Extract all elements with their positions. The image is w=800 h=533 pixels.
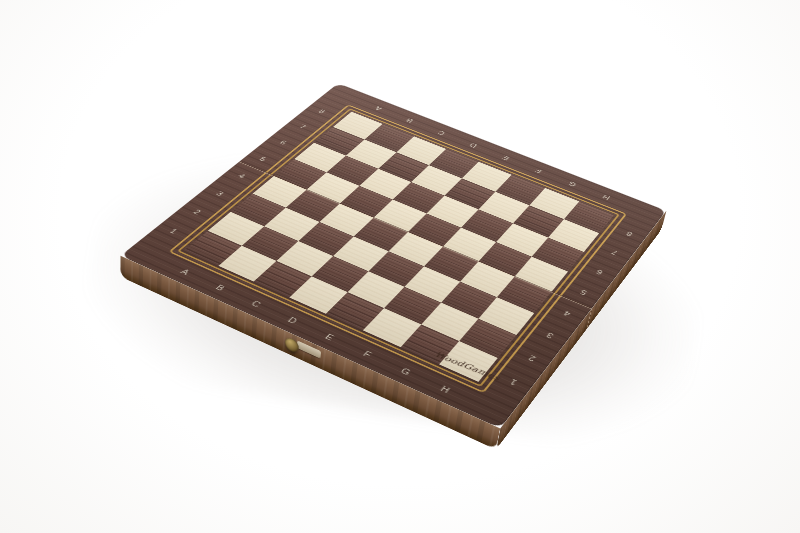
square-f3[interactable] [405,266,461,302]
coord-rank-2-left: 2 [188,206,207,217]
square-c3[interactable] [298,222,353,256]
square-h5[interactable] [515,257,568,292]
coord-rank-5-right: 5 [575,286,594,298]
square-h4[interactable] [497,277,552,314]
coord-rank-7-left: 7 [294,122,311,131]
square-d1[interactable] [289,276,347,313]
coord-rank-7-right: 7 [606,247,624,258]
coord-file-h-near: H [435,382,456,396]
coord-file-b-near: B [210,282,230,294]
coord-rank-6-right: 6 [591,266,609,277]
square-e3[interactable] [369,251,425,287]
square-f4[interactable] [424,247,478,282]
square-h3[interactable] [478,297,534,335]
coord-rank-1-right: 1 [504,375,525,388]
coord-file-g-near: G [395,365,416,378]
coord-rank-5-left: 5 [254,154,272,164]
square-e4[interactable] [389,232,443,266]
square-d3[interactable] [333,236,388,271]
coordinate-labels: AABBCCDDEEFFGGHH1122334455667788 [121,83,667,428]
coord-rank-8-left: 8 [314,107,331,116]
square-a1[interactable] [184,231,242,266]
photo-canvas: AABBCCDDEEFFGGHH1122334455667788 WoodGam… [0,0,800,533]
chessboard: AABBCCDDEEFFGGHH1122334455667788 WoodGam… [121,83,667,428]
square-b2[interactable] [242,226,299,261]
coord-rank-3-left: 3 [211,188,230,198]
coord-file-g-far: G [563,179,580,189]
maker-signature: WoodGames [433,350,497,380]
board-orientation-wrapper: AABBCCDDEEFFGGHH1122334455667788 WoodGam… [0,0,800,533]
coord-file-f-near: F [357,348,378,361]
coord-file-c-near: C [246,298,266,310]
square-f2[interactable] [384,287,441,325]
coord-file-h-far: H [597,192,614,202]
coord-rank-3-right: 3 [541,329,561,341]
square-h1[interactable] [439,341,498,382]
square-c2[interactable] [276,241,333,276]
square-g2[interactable] [421,303,478,341]
board-top-surface: AABBCCDDEEFFGGHH1122334455667788 WoodGam… [121,83,667,428]
brass-clasp-icon [285,336,300,354]
square-c1[interactable] [254,261,312,298]
square-g4[interactable] [460,261,514,297]
square-g1[interactable] [401,324,460,364]
square-g3[interactable] [441,282,497,319]
coord-rank-2-right: 2 [523,351,543,364]
coord-file-d-far: D [465,140,482,149]
coord-file-d-near: D [282,314,303,327]
square-e2[interactable] [348,271,405,308]
coord-rank-4-right: 4 [558,307,577,319]
square-f1[interactable] [363,308,421,347]
coord-file-b-far: B [401,116,418,125]
coord-rank-1-left: 1 [164,225,184,236]
coord-file-a-far: A [370,104,387,113]
square-e1[interactable] [326,292,384,330]
square-h2[interactable] [459,319,516,358]
coord-file-e-far: E [497,153,514,162]
coord-file-a-near: A [175,266,195,278]
coord-file-f-far: F [530,166,547,175]
coord-rank-8-right: 8 [621,228,639,238]
coord-file-c-far: C [433,128,450,137]
coord-file-e-near: E [319,331,340,344]
square-a2[interactable] [208,212,264,246]
coord-rank-4-left: 4 [233,171,251,181]
square-d2[interactable] [312,256,369,292]
coord-rank-6-left: 6 [275,138,293,147]
square-b1[interactable] [219,246,277,282]
